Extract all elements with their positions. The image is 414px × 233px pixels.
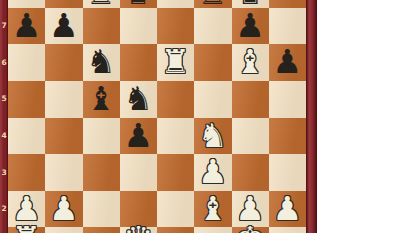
square-a6[interactable] <box>8 44 45 81</box>
white-knight-f4[interactable]: ♞ <box>194 118 231 155</box>
square-h8[interactable] <box>269 0 306 8</box>
square-c5[interactable]: ♝ <box>83 81 120 118</box>
white-pawn-f3[interactable]: ♟ <box>194 154 231 191</box>
white-bishop-f2[interactable]: ♝ <box>194 191 231 228</box>
square-c4[interactable] <box>83 118 120 155</box>
black-pawn-h6[interactable]: ♟ <box>269 44 306 81</box>
board-frame-right <box>306 0 317 233</box>
square-c8[interactable]: ♜ <box>83 0 120 8</box>
square-d1[interactable]: ♛ <box>120 227 157 233</box>
square-c2[interactable] <box>83 191 120 228</box>
white-rook-a1[interactable]: ♜ <box>8 221 45 233</box>
white-king-g1[interactable]: ♚ <box>232 221 269 233</box>
square-g4[interactable] <box>232 118 269 155</box>
square-g5[interactable] <box>232 81 269 118</box>
square-f3[interactable]: ♟ <box>194 154 231 191</box>
square-f8[interactable]: ♜ <box>194 0 231 8</box>
square-h4[interactable] <box>269 118 306 155</box>
black-pawn-b7[interactable]: ♟ <box>45 8 82 45</box>
square-e7[interactable] <box>157 8 194 45</box>
square-b6[interactable] <box>45 44 82 81</box>
square-f1[interactable] <box>194 227 231 233</box>
square-h7[interactable] <box>269 8 306 45</box>
square-b7[interactable]: ♟ <box>45 8 82 45</box>
board-frame-left <box>0 0 8 233</box>
square-h6[interactable]: ♟ <box>269 44 306 81</box>
white-pawn-h2[interactable]: ♟ <box>269 191 306 228</box>
square-g3[interactable] <box>232 154 269 191</box>
square-e4[interactable] <box>157 118 194 155</box>
square-h3[interactable] <box>269 154 306 191</box>
white-pawn-b2[interactable]: ♟ <box>45 191 82 228</box>
square-e3[interactable] <box>157 154 194 191</box>
board-squares: ♜♛♜♚♟♟♟♞♜♝♟♝♞♟♞♟♟♟♝♟♟♜♛♚ <box>8 0 306 233</box>
square-e1[interactable] <box>157 227 194 233</box>
square-h5[interactable] <box>269 81 306 118</box>
black-pawn-d4[interactable]: ♟ <box>120 118 157 155</box>
square-a1[interactable]: ♜ <box>8 227 45 233</box>
square-f4[interactable]: ♞ <box>194 118 231 155</box>
black-pawn-a7[interactable]: ♟ <box>8 8 45 45</box>
rank-label-2: 2 <box>0 205 8 213</box>
square-f7[interactable] <box>194 8 231 45</box>
square-a3[interactable] <box>8 154 45 191</box>
square-d8[interactable]: ♛ <box>120 0 157 8</box>
square-a5[interactable] <box>8 81 45 118</box>
square-e6[interactable]: ♜ <box>157 44 194 81</box>
square-h2[interactable]: ♟ <box>269 191 306 228</box>
square-d3[interactable] <box>120 154 157 191</box>
square-b5[interactable] <box>45 81 82 118</box>
black-knight-c6[interactable]: ♞ <box>83 44 120 81</box>
white-rook-e6[interactable]: ♜ <box>157 44 194 81</box>
square-d4[interactable]: ♟ <box>120 118 157 155</box>
rank-label-7: 7 <box>0 22 8 30</box>
square-c3[interactable] <box>83 154 120 191</box>
black-knight-d5[interactable]: ♞ <box>120 81 157 118</box>
square-b1[interactable] <box>45 227 82 233</box>
square-d5[interactable]: ♞ <box>120 81 157 118</box>
rank-label-4: 4 <box>0 132 8 140</box>
rank-label-3: 3 <box>0 169 8 177</box>
rank-label-5: 5 <box>0 95 8 103</box>
square-g7[interactable]: ♟ <box>232 8 269 45</box>
square-e5[interactable] <box>157 81 194 118</box>
square-g6[interactable]: ♝ <box>232 44 269 81</box>
square-f6[interactable] <box>194 44 231 81</box>
rank-label-6: 6 <box>0 59 8 67</box>
white-bishop-g6[interactable]: ♝ <box>232 44 269 81</box>
square-f5[interactable] <box>194 81 231 118</box>
square-e2[interactable] <box>157 191 194 228</box>
square-d7[interactable] <box>120 8 157 45</box>
black-pawn-g7[interactable]: ♟ <box>232 8 269 45</box>
square-h1[interactable] <box>269 227 306 233</box>
square-c7[interactable] <box>83 8 120 45</box>
square-a4[interactable] <box>8 118 45 155</box>
square-c6[interactable]: ♞ <box>83 44 120 81</box>
square-c1[interactable] <box>83 227 120 233</box>
square-e8[interactable] <box>157 0 194 8</box>
square-d6[interactable] <box>120 44 157 81</box>
screenshot-canvas: ♜♛♜♚♟♟♟♞♜♝♟♝♞♟♞♟♟♟♝♟♟♜♛♚ 765432 <box>0 0 414 233</box>
chess-board: ♜♛♜♚♟♟♟♞♜♝♟♝♞♟♞♟♟♟♝♟♟♜♛♚ 765432 <box>0 0 317 233</box>
square-b4[interactable] <box>45 118 82 155</box>
black-bishop-c5[interactable]: ♝ <box>83 81 120 118</box>
square-b2[interactable]: ♟ <box>45 191 82 228</box>
square-a7[interactable]: ♟ <box>8 8 45 45</box>
square-b3[interactable] <box>45 154 82 191</box>
white-queen-d1[interactable]: ♛ <box>120 221 157 233</box>
square-g1[interactable]: ♚ <box>232 227 269 233</box>
square-f2[interactable]: ♝ <box>194 191 231 228</box>
